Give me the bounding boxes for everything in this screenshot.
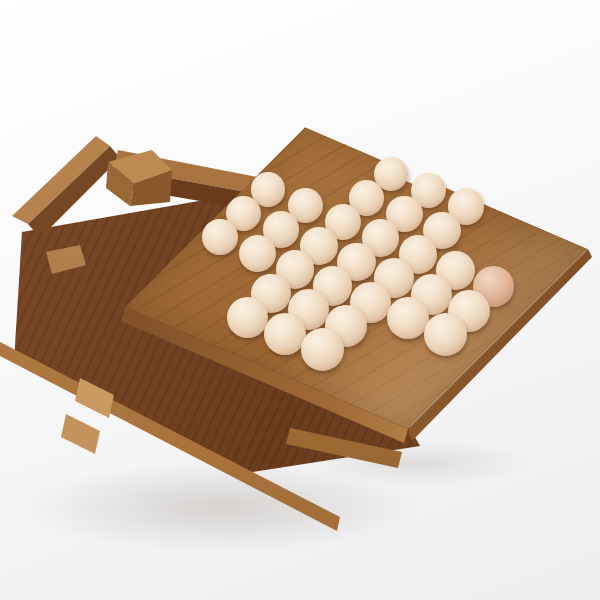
peg-ball[interactable]	[387, 297, 429, 339]
peg-layer	[0, 0, 600, 600]
peg-ball[interactable]	[239, 235, 277, 273]
photo-canvas	[0, 0, 600, 600]
peg-ball[interactable]	[301, 328, 344, 371]
peg-ball[interactable]	[424, 313, 467, 356]
peg-ball[interactable]	[264, 313, 306, 355]
peg-ball[interactable]	[227, 297, 268, 338]
